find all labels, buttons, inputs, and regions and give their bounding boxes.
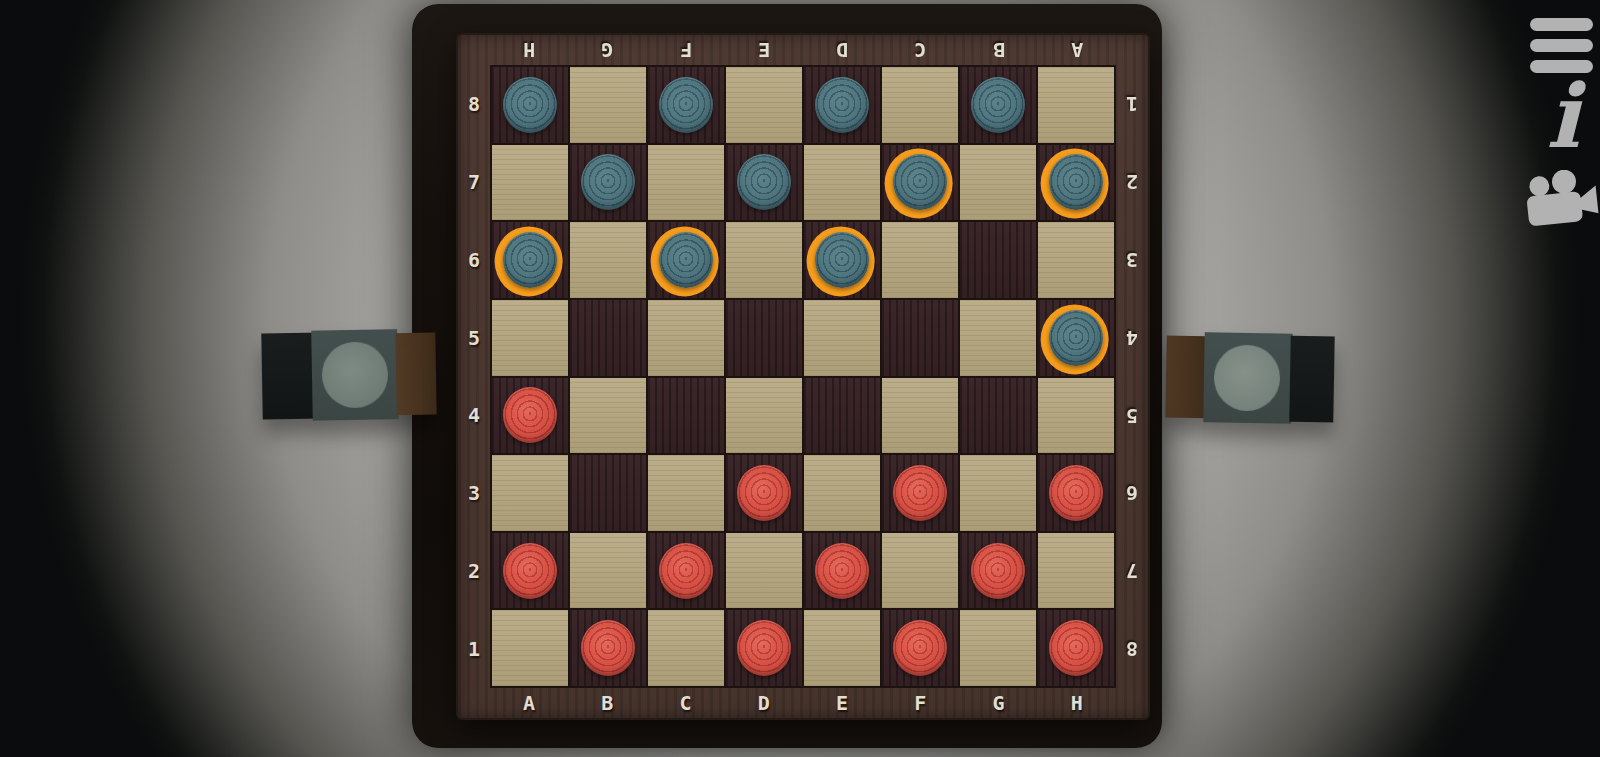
square-e7[interactable] — [804, 145, 880, 221]
coord-label: C — [881, 35, 959, 65]
square-d8[interactable] — [726, 67, 802, 143]
piece-disc — [1049, 465, 1103, 521]
piece-disc — [737, 620, 791, 676]
square-e8[interactable] — [804, 67, 880, 143]
square-b1[interactable] — [570, 610, 646, 686]
teal-piece[interactable] — [726, 145, 802, 221]
piece-disc — [893, 620, 947, 676]
red-piece[interactable] — [1038, 455, 1114, 531]
coords-left: 87654321 — [458, 65, 490, 688]
square-a4[interactable] — [492, 378, 568, 454]
square-h2[interactable] — [1038, 533, 1114, 609]
teal-piece[interactable] — [960, 67, 1036, 143]
square-d7[interactable] — [726, 145, 802, 221]
coord-label: H — [490, 35, 568, 65]
red-piece[interactable] — [882, 610, 958, 686]
coords-right: 12345678 — [1116, 65, 1148, 688]
red-piece[interactable] — [804, 533, 880, 609]
piece-disc — [503, 232, 557, 288]
coord-label: H — [1038, 688, 1116, 718]
coord-label: B — [960, 35, 1038, 65]
square-f3[interactable] — [882, 455, 958, 531]
square-h5[interactable] — [1038, 300, 1114, 376]
teal-piece-highlighted[interactable] — [1038, 300, 1114, 376]
coord-label: A — [1038, 35, 1116, 65]
coord-label: 5 — [458, 299, 490, 377]
square-a7[interactable] — [492, 145, 568, 221]
square-g8[interactable] — [960, 67, 1036, 143]
square-e2[interactable] — [804, 533, 880, 609]
red-piece[interactable] — [726, 455, 802, 531]
piece-disc — [659, 77, 713, 133]
square-h6[interactable] — [1038, 222, 1114, 298]
tray-wood-mount — [395, 332, 436, 415]
info-button[interactable]: i — [1538, 74, 1588, 160]
square-f4[interactable] — [882, 378, 958, 454]
piece-disc — [503, 387, 557, 443]
square-c1[interactable] — [648, 610, 724, 686]
square-f1[interactable] — [882, 610, 958, 686]
square-d6[interactable] — [726, 222, 802, 298]
coord-label: 8 — [1116, 610, 1148, 688]
coord-label: 1 — [458, 610, 490, 688]
piece-disc — [815, 77, 869, 133]
coord-label: A — [490, 688, 568, 718]
square-h1[interactable] — [1038, 610, 1114, 686]
red-piece[interactable] — [492, 378, 568, 454]
piece-disc — [893, 154, 947, 210]
coord-label: F — [647, 35, 725, 65]
teal-piece-highlighted[interactable] — [882, 145, 958, 221]
square-f7[interactable] — [882, 145, 958, 221]
teal-piece-highlighted[interactable] — [1038, 145, 1114, 221]
square-f6[interactable] — [882, 222, 958, 298]
piece-disc — [1049, 620, 1103, 676]
square-c7[interactable] — [648, 145, 724, 221]
menu-icon — [1530, 18, 1593, 31]
square-d1[interactable] — [726, 610, 802, 686]
red-piece[interactable] — [570, 610, 646, 686]
square-c6[interactable] — [648, 222, 724, 298]
piece-disc — [581, 154, 635, 210]
square-d5[interactable] — [726, 300, 802, 376]
coord-label: F — [881, 688, 959, 718]
piece-disc — [503, 77, 557, 133]
square-f2[interactable] — [882, 533, 958, 609]
coord-label: B — [568, 688, 646, 718]
square-a5[interactable] — [492, 300, 568, 376]
red-piece[interactable] — [648, 533, 724, 609]
square-g5[interactable] — [960, 300, 1036, 376]
piece-disc — [893, 465, 947, 521]
square-f5[interactable] — [882, 300, 958, 376]
piece-disc — [737, 465, 791, 521]
teal-piece[interactable] — [648, 67, 724, 143]
square-a3[interactable] — [492, 455, 568, 531]
piece-disc — [659, 232, 713, 288]
square-e5[interactable] — [804, 300, 880, 376]
red-piece[interactable] — [882, 455, 958, 531]
square-b3[interactable] — [570, 455, 646, 531]
coord-label: 3 — [458, 454, 490, 532]
menu-icon — [1530, 39, 1593, 52]
coord-label: 5 — [1116, 377, 1148, 455]
tray-black-end — [261, 333, 314, 420]
square-b4[interactable] — [570, 378, 646, 454]
square-h7[interactable] — [1038, 145, 1114, 221]
side-tray-left — [261, 328, 437, 421]
square-b6[interactable] — [570, 222, 646, 298]
coord-label: 8 — [458, 65, 490, 143]
coord-label: 3 — [1116, 221, 1148, 299]
coord-label: 1 — [1116, 65, 1148, 143]
red-piece[interactable] — [1038, 610, 1114, 686]
piece-disc — [815, 232, 869, 288]
game-scene: HGFEDCBA ABCDEFGH 87654321 12345678 i — [0, 0, 1600, 757]
square-h3[interactable] — [1038, 455, 1114, 531]
square-f8[interactable] — [882, 67, 958, 143]
coord-label: G — [568, 35, 646, 65]
square-c3[interactable] — [648, 455, 724, 531]
coord-label: 4 — [1116, 299, 1148, 377]
teal-piece[interactable] — [570, 145, 646, 221]
coord-label: D — [803, 35, 881, 65]
square-e1[interactable] — [804, 610, 880, 686]
square-c2[interactable] — [648, 533, 724, 609]
board-grid — [490, 65, 1116, 688]
coords-bottom: ABCDEFGH — [490, 688, 1116, 718]
square-c4[interactable] — [648, 378, 724, 454]
camera-button[interactable] — [1524, 170, 1600, 232]
square-c5[interactable] — [648, 300, 724, 376]
coord-label: 4 — [458, 377, 490, 455]
coord-label: E — [803, 688, 881, 718]
teal-piece-highlighted[interactable] — [804, 222, 880, 298]
teal-piece[interactable] — [804, 67, 880, 143]
piece-disc — [659, 543, 713, 599]
square-a6[interactable] — [492, 222, 568, 298]
square-h8[interactable] — [1038, 67, 1114, 143]
square-a1[interactable] — [492, 610, 568, 686]
teal-piece[interactable] — [492, 67, 568, 143]
coord-label: 2 — [458, 532, 490, 610]
teal-piece-highlighted[interactable] — [648, 222, 724, 298]
square-g1[interactable] — [960, 610, 1036, 686]
coord-label: C — [647, 688, 725, 718]
square-b8[interactable] — [570, 67, 646, 143]
piece-disc — [815, 543, 869, 599]
square-g3[interactable] — [960, 455, 1036, 531]
square-b7[interactable] — [570, 145, 646, 221]
square-e6[interactable] — [804, 222, 880, 298]
red-piece[interactable] — [492, 533, 568, 609]
red-piece[interactable] — [960, 533, 1036, 609]
square-g2[interactable] — [960, 533, 1036, 609]
coord-label: 2 — [1116, 143, 1148, 221]
square-d3[interactable] — [726, 455, 802, 531]
info-icon: i — [1546, 64, 1579, 168]
piece-disc — [971, 77, 1025, 133]
square-g6[interactable] — [960, 222, 1036, 298]
checkers-board: HGFEDCBA ABCDEFGH 87654321 12345678 — [458, 35, 1148, 718]
square-e3[interactable] — [804, 455, 880, 531]
coord-label: 7 — [1116, 532, 1148, 610]
side-tray-right — [1165, 332, 1335, 425]
red-piece[interactable] — [726, 610, 802, 686]
coord-label: 7 — [458, 143, 490, 221]
piece-disc — [971, 543, 1025, 599]
coord-label: 6 — [458, 221, 490, 299]
square-e4[interactable] — [804, 378, 880, 454]
square-a8[interactable] — [492, 67, 568, 143]
piece-disc — [581, 620, 635, 676]
teal-piece-highlighted[interactable] — [492, 222, 568, 298]
coords-top: HGFEDCBA — [490, 35, 1116, 65]
square-h4[interactable] — [1038, 378, 1114, 454]
piece-disc — [737, 154, 791, 210]
video-camera-icon — [1524, 170, 1600, 232]
coord-label: G — [960, 688, 1038, 718]
square-c8[interactable] — [648, 67, 724, 143]
piece-disc — [503, 543, 557, 599]
square-g7[interactable] — [960, 145, 1036, 221]
piece-disc — [1049, 310, 1103, 366]
coord-label: D — [725, 688, 803, 718]
tray-wood-mount — [1165, 336, 1206, 419]
square-d4[interactable] — [726, 378, 802, 454]
square-d2[interactable] — [726, 533, 802, 609]
square-a2[interactable] — [492, 533, 568, 609]
square-b2[interactable] — [570, 533, 646, 609]
tray-black-end — [1289, 336, 1334, 423]
square-g4[interactable] — [960, 378, 1036, 454]
square-b5[interactable] — [570, 300, 646, 376]
coord-label: E — [725, 35, 803, 65]
coord-label: 6 — [1116, 454, 1148, 532]
piece-disc — [1049, 154, 1103, 210]
